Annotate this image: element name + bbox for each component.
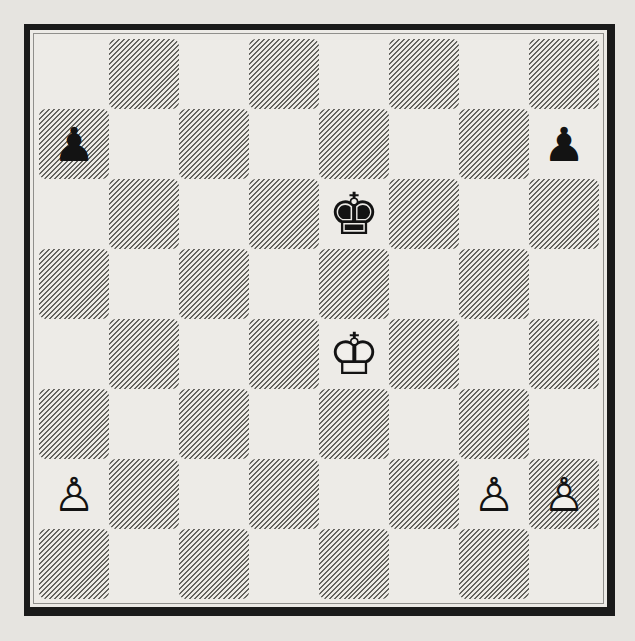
square-b8 [109, 39, 179, 109]
square-a8 [39, 39, 109, 109]
square-f1 [389, 529, 459, 599]
square-h8 [529, 39, 599, 109]
white-pawn: ♟♙ [543, 471, 585, 518]
square-c1 [179, 529, 249, 599]
board-frame: ♟♟♚♚♔♟♙♟♙♟♙ [24, 24, 615, 616]
square-g2: ♟♙ [459, 459, 529, 529]
square-g4 [459, 319, 529, 389]
square-f4 [389, 319, 459, 389]
white-pawn: ♟♙ [53, 471, 95, 518]
square-g5 [459, 249, 529, 319]
square-g8 [459, 39, 529, 109]
square-b5 [109, 249, 179, 319]
square-d4 [249, 319, 319, 389]
square-a6 [39, 179, 109, 249]
square-c5 [179, 249, 249, 319]
square-h1 [529, 529, 599, 599]
square-h6 [529, 179, 599, 249]
square-e6: ♚ [319, 179, 389, 249]
square-h2: ♟♙ [529, 459, 599, 529]
square-h7: ♟ [529, 109, 599, 179]
square-d3 [249, 389, 319, 459]
square-a3 [39, 389, 109, 459]
square-c3 [179, 389, 249, 459]
square-d6 [249, 179, 319, 249]
square-d1 [249, 529, 319, 599]
white-pawn: ♟♙ [473, 471, 515, 518]
white-king: ♚♔ [328, 325, 380, 383]
square-d7 [249, 109, 319, 179]
square-g6 [459, 179, 529, 249]
square-e4: ♚♔ [319, 319, 389, 389]
square-f7 [389, 109, 459, 179]
square-b1 [109, 529, 179, 599]
square-c7 [179, 109, 249, 179]
square-h5 [529, 249, 599, 319]
black-pawn: ♟ [543, 121, 585, 168]
square-a4 [39, 319, 109, 389]
square-e5 [319, 249, 389, 319]
square-c2 [179, 459, 249, 529]
square-g7 [459, 109, 529, 179]
square-b3 [109, 389, 179, 459]
square-f3 [389, 389, 459, 459]
square-e7 [319, 109, 389, 179]
square-a7: ♟ [39, 109, 109, 179]
square-c8 [179, 39, 249, 109]
square-f8 [389, 39, 459, 109]
square-d8 [249, 39, 319, 109]
square-a1 [39, 529, 109, 599]
square-e2 [319, 459, 389, 529]
square-f6 [389, 179, 459, 249]
square-a2: ♟♙ [39, 459, 109, 529]
black-pawn: ♟ [53, 121, 95, 168]
square-b4 [109, 319, 179, 389]
black-king: ♚ [328, 185, 380, 243]
square-f2 [389, 459, 459, 529]
square-f5 [389, 249, 459, 319]
square-d5 [249, 249, 319, 319]
square-g3 [459, 389, 529, 459]
square-c6 [179, 179, 249, 249]
square-e3 [319, 389, 389, 459]
square-d2 [249, 459, 319, 529]
square-b6 [109, 179, 179, 249]
chess-board: ♟♟♚♚♔♟♙♟♙♟♙ [39, 39, 599, 599]
square-b7 [109, 109, 179, 179]
diagram-page: ♟♟♚♚♔♟♙♟♙♟♙ [0, 0, 635, 641]
square-e8 [319, 39, 389, 109]
square-g1 [459, 529, 529, 599]
square-c4 [179, 319, 249, 389]
square-b2 [109, 459, 179, 529]
square-h3 [529, 389, 599, 459]
square-h4 [529, 319, 599, 389]
square-a5 [39, 249, 109, 319]
square-e1 [319, 529, 389, 599]
